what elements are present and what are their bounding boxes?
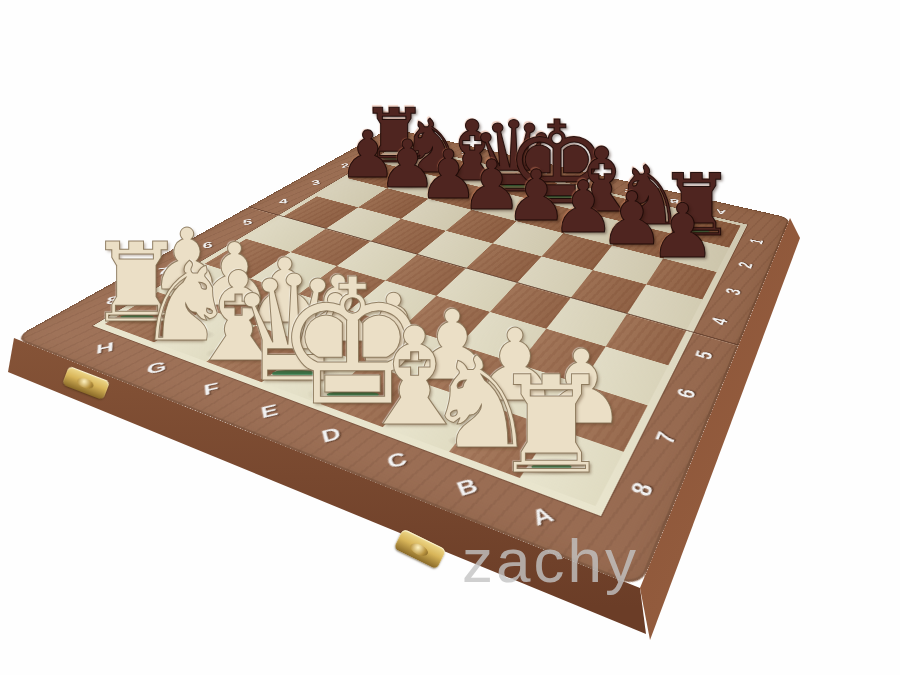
pieces-layer: ♜♞♝♛♚♝♞♜♟♟♟♟♟♟♟♟♟♟♟♟♟♟♟♟♜♞♝♛♚♝♞♜ — [0, 0, 900, 675]
piece-white-rook-a8[interactable]: ♜ — [491, 359, 612, 494]
photo-stage: HGFEDCBAHGFEDCBA1234567812345678 ♜♞♝♛♚♝♞… — [0, 0, 900, 675]
watermark-text: zachy — [462, 525, 639, 596]
piece-black-pawn-a2[interactable]: ♟ — [649, 194, 716, 269]
